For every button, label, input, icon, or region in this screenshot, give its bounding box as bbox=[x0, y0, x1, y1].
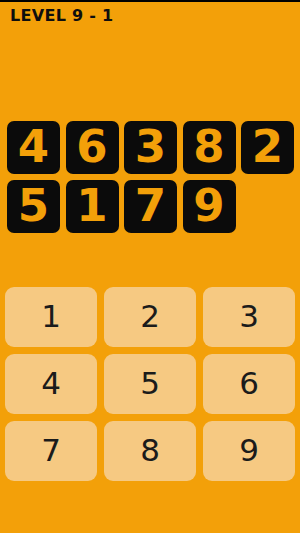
key-7[interactable]: 7 bbox=[5, 421, 97, 481]
sequence-tile-2: 6 bbox=[66, 121, 119, 174]
sequence-tile-1: 4 bbox=[7, 121, 60, 174]
key-2[interactable]: 2 bbox=[104, 287, 196, 347]
sequence-tile-5: 2 bbox=[241, 121, 294, 174]
key-5[interactable]: 5 bbox=[104, 354, 196, 414]
key-6[interactable]: 6 bbox=[203, 354, 295, 414]
key-3[interactable]: 3 bbox=[203, 287, 295, 347]
sequence-tile-3: 3 bbox=[124, 121, 177, 174]
key-1[interactable]: 1 bbox=[5, 287, 97, 347]
number-keypad: 1 2 3 4 5 6 7 8 9 bbox=[5, 287, 295, 481]
sequence-tile-4: 8 bbox=[183, 121, 236, 174]
key-9[interactable]: 9 bbox=[203, 421, 295, 481]
sequence-tile-6: 5 bbox=[7, 180, 60, 233]
game-screen: LEVEL 9 - 1 4 6 3 8 2 5 1 7 9 1 2 3 4 5 … bbox=[0, 0, 300, 533]
key-4[interactable]: 4 bbox=[5, 354, 97, 414]
screen-top-edge bbox=[0, 0, 300, 2]
sequence-tile-7: 1 bbox=[66, 180, 119, 233]
sequence-board: 4 6 3 8 2 5 1 7 9 bbox=[7, 121, 294, 233]
level-title: LEVEL 9 - 1 bbox=[10, 6, 114, 25]
sequence-tile-9: 9 bbox=[183, 180, 236, 233]
sequence-tile-8: 7 bbox=[124, 180, 177, 233]
key-8[interactable]: 8 bbox=[104, 421, 196, 481]
